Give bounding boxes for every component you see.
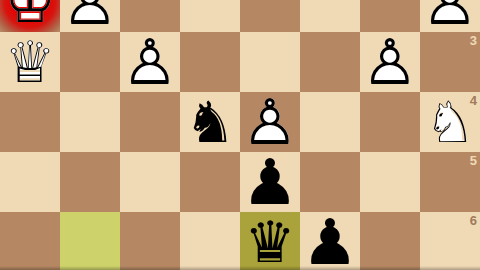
square-a6[interactable]: 6 [420, 212, 480, 270]
square-c3[interactable] [300, 32, 360, 92]
square-h3[interactable]: ♛♕ [0, 32, 60, 92]
square-b6[interactable] [360, 212, 420, 270]
rank-label-6: 6 [470, 213, 477, 228]
square-e6[interactable] [180, 212, 240, 270]
square-b5[interactable] [360, 152, 420, 212]
square-e2[interactable] [180, 0, 240, 32]
board-viewport: ♚♔♟♙♟♙♛♕♟♙♟♙3♞♟♙4♞♘♟5♛♟6 [0, 0, 480, 270]
square-e3[interactable] [180, 32, 240, 92]
square-d3[interactable] [240, 32, 300, 92]
rank-label-5: 5 [470, 153, 477, 168]
square-g4[interactable] [60, 92, 120, 152]
square-a5[interactable]: 5 [420, 152, 480, 212]
square-d5[interactable]: ♟ [240, 152, 300, 212]
square-h6[interactable] [0, 212, 60, 270]
square-a2[interactable]: ♟♙ [420, 0, 480, 32]
square-c2[interactable] [300, 0, 360, 32]
chess-board: ♚♔♟♙♟♙♛♕♟♙♟♙3♞♟♙4♞♘♟5♛♟6 [0, 0, 480, 270]
piece-black-queen[interactable]: ♛ [240, 212, 300, 270]
square-d6[interactable]: ♛ [240, 212, 300, 270]
piece-white-queen[interactable]: ♛♕ [0, 32, 60, 92]
piece-white-knight[interactable]: ♞♘ [420, 92, 480, 152]
square-h5[interactable] [0, 152, 60, 212]
square-g6[interactable] [60, 212, 120, 270]
square-g5[interactable] [60, 152, 120, 212]
square-h2[interactable]: ♚♔ [0, 0, 60, 32]
square-h4[interactable] [0, 92, 60, 152]
square-d4[interactable]: ♟♙ [240, 92, 300, 152]
square-g3[interactable] [60, 32, 120, 92]
square-b3[interactable]: ♟♙ [360, 32, 420, 92]
square-e4[interactable]: ♞ [180, 92, 240, 152]
square-a4[interactable]: 4♞♘ [420, 92, 480, 152]
piece-white-pawn[interactable]: ♟♙ [420, 0, 480, 32]
piece-white-pawn[interactable]: ♟♙ [120, 32, 180, 92]
square-c5[interactable] [300, 152, 360, 212]
square-a3[interactable]: 3 [420, 32, 480, 92]
square-f6[interactable] [120, 212, 180, 270]
square-g2[interactable]: ♟♙ [60, 0, 120, 32]
piece-white-pawn[interactable]: ♟♙ [360, 32, 420, 92]
rank-label-3: 3 [470, 33, 477, 48]
piece-white-pawn[interactable]: ♟♙ [240, 92, 300, 152]
piece-black-pawn[interactable]: ♟ [240, 152, 300, 212]
piece-white-king[interactable]: ♚♔ [0, 0, 60, 32]
square-c4[interactable] [300, 92, 360, 152]
square-e5[interactable] [180, 152, 240, 212]
square-c6[interactable]: ♟ [300, 212, 360, 270]
square-f3[interactable]: ♟♙ [120, 32, 180, 92]
piece-black-pawn[interactable]: ♟ [300, 212, 360, 270]
piece-white-pawn[interactable]: ♟♙ [60, 0, 120, 32]
piece-black-knight[interactable]: ♞ [180, 92, 240, 152]
square-f5[interactable] [120, 152, 180, 212]
square-d2[interactable] [240, 0, 300, 32]
square-b4[interactable] [360, 92, 420, 152]
square-f4[interactable] [120, 92, 180, 152]
